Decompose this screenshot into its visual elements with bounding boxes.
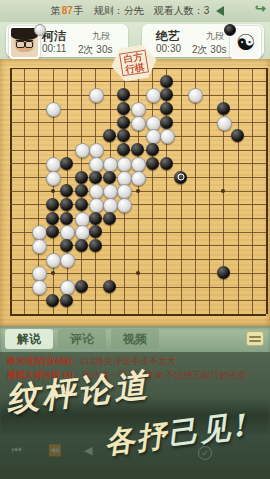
black-stone: [217, 102, 230, 115]
grid-line: [10, 136, 266, 137]
player-rank: 九段: [92, 30, 110, 43]
tab-comments[interactable]: 评论: [58, 329, 106, 349]
black-stone: [46, 212, 59, 225]
check-icon[interactable]: ✓: [198, 446, 212, 460]
tab-video[interactable]: 视频: [111, 329, 159, 349]
player-clock: 00:30: [156, 43, 181, 54]
white-stone: [46, 171, 61, 186]
keyboard-icon[interactable]: [246, 331, 264, 346]
player-byoyomi: 2次 30s: [192, 43, 226, 57]
white-stone: [217, 116, 232, 131]
white-stone: [46, 157, 61, 172]
white-stone: [103, 157, 118, 172]
black-stone: [103, 280, 116, 293]
move-counter: 第87手: [51, 4, 84, 18]
taiji-icon: ☯: [236, 32, 256, 54]
tab-commentary[interactable]: 解说: [5, 329, 53, 349]
header-bar: 第87手 规则：分先 观看人数：3 ↪: [0, 0, 270, 22]
white-stone: [60, 253, 75, 268]
black-stone: [160, 157, 173, 170]
black-stone: [160, 75, 173, 88]
black-stone: [117, 129, 130, 142]
black-stone: [117, 116, 130, 129]
go-to-start-button[interactable]: ⏮: [12, 444, 22, 457]
black-stone: [117, 102, 130, 115]
black-stone: [75, 239, 88, 252]
player-card-white: 柯洁 九段 00:11 2次 30s: [6, 24, 128, 57]
black-stone: [60, 184, 73, 197]
black-stone: [60, 294, 73, 307]
white-stone: [75, 143, 90, 158]
player-rank: 九段: [206, 30, 224, 43]
black-stone: [89, 225, 102, 238]
black-stone: [174, 171, 187, 184]
star-point: [51, 271, 55, 275]
last-move-marker: [177, 174, 184, 181]
black-stone: [103, 129, 116, 142]
black-stone: [217, 266, 230, 279]
black-stone: [103, 171, 116, 184]
player-clock: 00:11: [42, 43, 66, 54]
white-stone: [131, 116, 146, 131]
black-stone: [103, 212, 116, 225]
grid-line: [10, 95, 266, 96]
black-stone: [46, 294, 59, 307]
share-icon[interactable]: ↪: [255, 1, 266, 16]
black-stone: [146, 143, 159, 156]
star-point: [136, 271, 140, 275]
grid-line: [266, 68, 268, 314]
white-stone: [60, 225, 75, 240]
black-stone: [46, 198, 59, 211]
white-stone: [32, 239, 47, 254]
tab-bar: 解说 评论 视频: [0, 326, 270, 352]
black-stone: [60, 157, 73, 170]
player-bar: 柯洁 九段 00:11 2次 30s 白方 行棋 ☯ 绝艺 九段 00:30 2…: [0, 22, 270, 61]
white-stone-badge: [34, 24, 46, 36]
rewind-button[interactable]: ⏪: [48, 444, 62, 457]
white-stone: [103, 184, 118, 199]
white-stone: [131, 157, 146, 172]
white-stone: [188, 88, 203, 103]
step-back-button[interactable]: ◀: [84, 444, 92, 457]
white-stone: [160, 129, 175, 144]
white-stone: [75, 225, 90, 240]
grid-line: [10, 81, 266, 82]
white-stone: [46, 102, 61, 117]
black-stone: [60, 198, 73, 211]
white-stone: [146, 88, 161, 103]
rule-label: 规则：分先: [94, 4, 144, 18]
black-stone-badge: [224, 24, 236, 36]
black-stone: [75, 171, 88, 184]
white-stone: [117, 157, 132, 172]
collapse-arrow-icon[interactable]: [216, 6, 224, 16]
commentary-panel: 静水流深[业6段]：白2路尖冲这手走不太大 围棋大师[9段 M]：柯洁这一手不算…: [0, 352, 270, 479]
white-stone: [103, 198, 118, 213]
white-stone: [117, 198, 132, 213]
avatar-glasses: [16, 40, 33, 46]
white-stone: [32, 280, 47, 295]
white-stone: [46, 253, 61, 268]
white-stone: [89, 157, 104, 172]
black-stone: [117, 88, 130, 101]
black-stone: [75, 280, 88, 293]
grid-line: [10, 245, 266, 246]
grid-line: [10, 287, 266, 288]
white-stone: [117, 184, 132, 199]
white-stone: [89, 143, 104, 158]
black-stone: [117, 143, 130, 156]
black-stone: [160, 88, 173, 101]
black-stone: [46, 225, 59, 238]
player-card-black: ☯ 绝艺 九段 00:30 2次 30s: [142, 24, 264, 57]
white-stone: [89, 198, 104, 213]
white-stone: [60, 280, 75, 295]
go-board[interactable]: [0, 59, 270, 326]
star-point: [221, 189, 225, 193]
black-stone: [89, 239, 102, 252]
move-number: 87: [62, 5, 73, 16]
white-stone: [131, 102, 146, 117]
black-stone: [75, 198, 88, 211]
stamp-line2: 行棋: [125, 62, 145, 75]
player-byoyomi: 2次 30s: [78, 43, 112, 57]
black-stone: [60, 212, 73, 225]
black-stone: [89, 171, 102, 184]
white-stone: [89, 184, 104, 199]
white-stone: [89, 88, 104, 103]
grid-line: [10, 314, 266, 316]
black-stone: [231, 129, 244, 142]
transport-controls: ⏮ ⏪ ◀ ✓: [0, 444, 270, 464]
watchers-label: 观看人数：3: [154, 4, 210, 18]
black-stone: [60, 239, 73, 252]
black-stone: [89, 212, 102, 225]
black-stone: [160, 102, 173, 115]
star-point: [51, 189, 55, 193]
black-stone: [160, 116, 173, 129]
star-point: [136, 189, 140, 193]
black-stone: [131, 143, 144, 156]
black-stone: [75, 184, 88, 197]
black-stone: [146, 157, 159, 170]
white-stone: [131, 171, 146, 186]
